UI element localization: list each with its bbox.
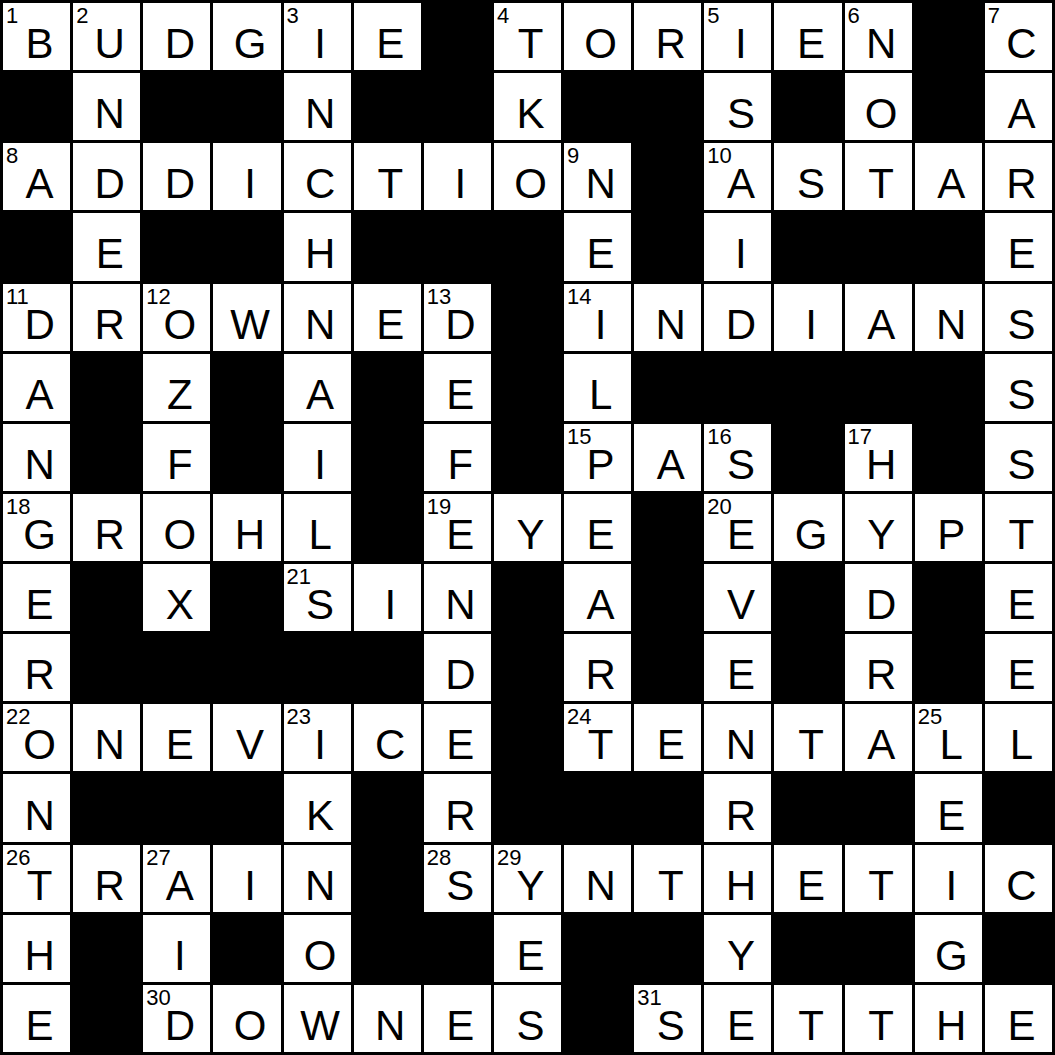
cell-letter: E bbox=[587, 233, 615, 275]
grid-cell[interactable]: H bbox=[704, 845, 771, 912]
clue-number: 25 bbox=[918, 704, 942, 729]
black-cell bbox=[213, 915, 280, 982]
clue-number: 16 bbox=[707, 424, 731, 449]
cell-letter: L bbox=[940, 724, 963, 766]
grid-cell[interactable]: E bbox=[354, 3, 421, 70]
black-cell bbox=[915, 73, 982, 140]
clue-number: 26 bbox=[6, 845, 30, 870]
grid-cell[interactable]: E bbox=[424, 704, 491, 771]
grid-cell[interactable]: N bbox=[634, 284, 701, 351]
grid-cell[interactable]: W bbox=[284, 985, 351, 1052]
black-cell bbox=[845, 774, 912, 841]
grid-cell[interactable]: I bbox=[774, 284, 841, 351]
cell-letter: E bbox=[1007, 584, 1035, 626]
cell-letter: O bbox=[584, 23, 617, 65]
black-cell bbox=[774, 774, 841, 841]
grid-cell[interactable]: E bbox=[564, 213, 631, 280]
grid-cell[interactable]: 6N bbox=[845, 3, 912, 70]
grid-cell[interactable]: O bbox=[284, 915, 351, 982]
grid-cell[interactable]: E bbox=[424, 354, 491, 421]
grid-cell[interactable]: 14I bbox=[564, 284, 631, 351]
grid-cell[interactable]: A bbox=[284, 354, 351, 421]
grid-cell[interactable]: E bbox=[143, 704, 210, 771]
cell-letter: Y bbox=[727, 935, 755, 977]
grid-cell[interactable]: D bbox=[73, 143, 140, 210]
grid-cell[interactable]: 5I bbox=[704, 3, 771, 70]
cell-letter: E bbox=[26, 584, 54, 626]
grid-cell[interactable]: L bbox=[564, 354, 631, 421]
cell-letter: N bbox=[305, 304, 335, 346]
grid-cell[interactable]: 2U bbox=[73, 3, 140, 70]
clue-number: 6 bbox=[848, 3, 860, 28]
clue-number: 7 bbox=[988, 3, 1000, 28]
grid-cell[interactable]: I bbox=[354, 564, 421, 631]
grid-cell[interactable]: 24T bbox=[564, 704, 631, 771]
black-cell bbox=[494, 774, 561, 841]
cell-letter: N bbox=[866, 23, 896, 65]
cell-letter: R bbox=[24, 654, 54, 696]
grid-cell[interactable]: N bbox=[915, 284, 982, 351]
cell-letter: D bbox=[95, 163, 125, 205]
grid-cell[interactable]: E bbox=[985, 564, 1052, 631]
grid-cell[interactable]: E bbox=[704, 634, 771, 701]
clue-number: 18 bbox=[6, 494, 30, 519]
grid-cell[interactable]: 12O bbox=[143, 284, 210, 351]
cell-letter: T bbox=[868, 865, 894, 907]
grid-cell[interactable]: R bbox=[985, 143, 1052, 210]
grid-cell[interactable]: 21S bbox=[284, 564, 351, 631]
cell-letter: S bbox=[306, 584, 334, 626]
grid-cell[interactable]: A bbox=[564, 564, 631, 631]
grid-cell[interactable]: 11D bbox=[3, 284, 70, 351]
cell-letter: H bbox=[235, 514, 265, 556]
cell-letter: T bbox=[868, 163, 894, 205]
cell-letter: L bbox=[1010, 724, 1033, 766]
cell-letter: I bbox=[595, 304, 607, 346]
grid-cell[interactable]: R bbox=[3, 634, 70, 701]
cell-letter: E bbox=[376, 304, 404, 346]
grid-cell[interactable]: A bbox=[634, 424, 701, 491]
black-cell bbox=[424, 213, 491, 280]
grid-cell[interactable]: E bbox=[494, 915, 561, 982]
grid-cell[interactable]: V bbox=[213, 704, 280, 771]
grid-cell[interactable]: X bbox=[143, 564, 210, 631]
grid-cell[interactable]: E bbox=[985, 985, 1052, 1052]
black-cell bbox=[354, 213, 421, 280]
cell-letter: E bbox=[1007, 1005, 1035, 1047]
cell-letter: E bbox=[446, 514, 474, 556]
cell-letter: W bbox=[230, 304, 270, 346]
cell-letter: A bbox=[306, 374, 334, 416]
black-cell bbox=[774, 634, 841, 701]
grid-cell[interactable]: C bbox=[354, 704, 421, 771]
grid-cell[interactable]: T bbox=[634, 845, 701, 912]
black-cell bbox=[915, 634, 982, 701]
black-cell bbox=[494, 634, 561, 701]
grid-cell[interactable]: O bbox=[845, 73, 912, 140]
grid-cell[interactable]: N bbox=[564, 845, 631, 912]
grid-cell[interactable]: S bbox=[985, 424, 1052, 491]
cell-letter: D bbox=[445, 304, 475, 346]
clue-number: 5 bbox=[707, 3, 719, 28]
grid-cell[interactable]: E bbox=[564, 494, 631, 561]
cell-letter: T bbox=[27, 865, 53, 907]
grid-cell[interactable]: I bbox=[143, 915, 210, 982]
cell-letter: I bbox=[314, 23, 326, 65]
clue-number: 8 bbox=[6, 143, 18, 168]
grid-cell[interactable]: 18G bbox=[3, 494, 70, 561]
black-cell bbox=[143, 634, 210, 701]
cell-letter: O bbox=[865, 93, 898, 135]
grid-cell[interactable]: I bbox=[424, 143, 491, 210]
cell-letter: O bbox=[234, 1005, 267, 1047]
black-cell bbox=[564, 985, 631, 1052]
grid-cell[interactable]: 22O bbox=[3, 704, 70, 771]
grid-cell[interactable]: O bbox=[213, 985, 280, 1052]
grid-cell[interactable]: D bbox=[424, 634, 491, 701]
grid-cell[interactable]: 17H bbox=[845, 424, 912, 491]
cell-letter: I bbox=[244, 163, 256, 205]
cell-letter: T bbox=[1009, 514, 1035, 556]
cell-letter: O bbox=[304, 935, 337, 977]
grid-cell[interactable]: D bbox=[845, 564, 912, 631]
black-cell bbox=[845, 213, 912, 280]
grid-cell[interactable]: I bbox=[704, 213, 771, 280]
grid-cell[interactable]: 26T bbox=[3, 845, 70, 912]
cell-letter: D bbox=[445, 654, 475, 696]
grid-cell[interactable]: S bbox=[985, 284, 1052, 351]
cell-letter: A bbox=[1007, 93, 1035, 135]
black-cell bbox=[424, 3, 491, 70]
black-cell bbox=[354, 774, 421, 841]
grid-cell[interactable]: R bbox=[634, 3, 701, 70]
cell-letter: K bbox=[516, 93, 544, 135]
grid-cell[interactable]: 19E bbox=[424, 494, 491, 561]
grid-cell[interactable]: 4T bbox=[494, 3, 561, 70]
grid-cell[interactable]: O bbox=[494, 143, 561, 210]
grid-cell[interactable]: C bbox=[284, 143, 351, 210]
black-cell bbox=[634, 494, 701, 561]
grid-cell[interactable]: T bbox=[845, 143, 912, 210]
grid-cell[interactable]: 3I bbox=[284, 3, 351, 70]
black-cell bbox=[73, 354, 140, 421]
grid-cell[interactable]: Y bbox=[704, 915, 771, 982]
cell-letter: I bbox=[384, 584, 396, 626]
grid-cell[interactable]: E bbox=[3, 985, 70, 1052]
grid-cell[interactable]: E bbox=[704, 985, 771, 1052]
cell-letter: I bbox=[735, 23, 747, 65]
cell-letter: I bbox=[805, 304, 817, 346]
grid-cell[interactable]: L bbox=[284, 494, 351, 561]
grid-cell[interactable]: 15P bbox=[564, 424, 631, 491]
black-cell bbox=[494, 704, 561, 771]
cell-letter: E bbox=[1007, 654, 1035, 696]
grid-cell[interactable]: I bbox=[213, 845, 280, 912]
grid-cell[interactable]: T bbox=[845, 845, 912, 912]
grid-cell[interactable]: I bbox=[284, 424, 351, 491]
clue-number: 27 bbox=[146, 845, 170, 870]
clue-number: 12 bbox=[146, 284, 170, 309]
grid-cell[interactable]: E bbox=[3, 564, 70, 631]
clue-number: 24 bbox=[567, 704, 591, 729]
grid-cell[interactable]: N bbox=[3, 424, 70, 491]
clue-number: 22 bbox=[6, 704, 30, 729]
cell-letter: E bbox=[937, 795, 965, 837]
black-cell bbox=[915, 424, 982, 491]
cell-letter: S bbox=[727, 444, 755, 486]
grid-cell[interactable]: 30D bbox=[143, 985, 210, 1052]
cell-letter: A bbox=[166, 865, 194, 907]
grid-cell[interactable]: E bbox=[73, 213, 140, 280]
black-cell bbox=[213, 213, 280, 280]
grid-cell[interactable]: L bbox=[985, 704, 1052, 771]
clue-number: 14 bbox=[567, 284, 591, 309]
grid-cell[interactable]: N bbox=[73, 704, 140, 771]
grid-cell[interactable]: Y bbox=[845, 494, 912, 561]
black-cell bbox=[213, 424, 280, 491]
grid-cell[interactable]: O bbox=[564, 3, 631, 70]
cell-letter: L bbox=[589, 374, 612, 416]
grid-cell[interactable]: D bbox=[704, 284, 771, 351]
grid-cell[interactable]: S bbox=[985, 354, 1052, 421]
black-cell bbox=[634, 774, 701, 841]
black-cell bbox=[634, 634, 701, 701]
cell-letter: T bbox=[518, 23, 544, 65]
black-cell bbox=[564, 915, 631, 982]
grid-cell[interactable]: H bbox=[3, 915, 70, 982]
grid-cell[interactable]: 8A bbox=[3, 143, 70, 210]
grid-cell[interactable]: E bbox=[424, 985, 491, 1052]
grid-cell[interactable]: 29Y bbox=[494, 845, 561, 912]
black-cell bbox=[213, 73, 280, 140]
grid-cell[interactable]: S bbox=[704, 73, 771, 140]
cell-letter: N bbox=[585, 865, 615, 907]
black-cell bbox=[3, 213, 70, 280]
black-cell bbox=[73, 424, 140, 491]
black-cell bbox=[354, 73, 421, 140]
black-cell bbox=[354, 915, 421, 982]
grid-cell[interactable]: N bbox=[73, 73, 140, 140]
grid-cell[interactable]: N bbox=[284, 284, 351, 351]
cell-letter: N bbox=[936, 304, 966, 346]
grid-cell[interactable]: R bbox=[845, 634, 912, 701]
grid-cell[interactable]: N bbox=[284, 845, 351, 912]
clue-number: 9 bbox=[567, 143, 579, 168]
black-cell bbox=[424, 73, 491, 140]
cell-letter: E bbox=[446, 1005, 474, 1047]
cell-letter: E bbox=[797, 865, 825, 907]
cell-letter: V bbox=[236, 724, 264, 766]
black-cell bbox=[73, 634, 140, 701]
black-cell bbox=[774, 354, 841, 421]
black-cell bbox=[213, 774, 280, 841]
cell-letter: T bbox=[868, 1005, 894, 1047]
grid-cell[interactable]: G bbox=[213, 3, 280, 70]
grid-cell[interactable]: R bbox=[424, 774, 491, 841]
cell-letter: E bbox=[657, 724, 685, 766]
grid-cell[interactable]: S bbox=[774, 143, 841, 210]
cell-letter: C bbox=[1006, 865, 1036, 907]
grid-cell[interactable]: T bbox=[985, 494, 1052, 561]
grid-cell[interactable]: T bbox=[354, 143, 421, 210]
grid-cell[interactable]: 23I bbox=[284, 704, 351, 771]
black-cell bbox=[985, 915, 1052, 982]
grid-cell[interactable]: A bbox=[845, 284, 912, 351]
cell-letter: A bbox=[937, 163, 965, 205]
grid-cell[interactable]: G bbox=[915, 915, 982, 982]
cell-letter: I bbox=[945, 865, 957, 907]
grid-cell[interactable]: A bbox=[915, 143, 982, 210]
cell-letter: H bbox=[24, 935, 54, 977]
grid-cell[interactable]: 9N bbox=[564, 143, 631, 210]
cell-letter: X bbox=[166, 584, 194, 626]
cell-letter: R bbox=[726, 795, 756, 837]
grid-cell[interactable]: N bbox=[424, 564, 491, 631]
grid-cell[interactable]: 27A bbox=[143, 845, 210, 912]
grid-cell[interactable]: E bbox=[774, 3, 841, 70]
grid-cell[interactable]: T bbox=[774, 704, 841, 771]
grid-cell[interactable]: 1B bbox=[3, 3, 70, 70]
grid-cell[interactable]: 7C bbox=[985, 3, 1052, 70]
grid-cell[interactable]: R bbox=[73, 284, 140, 351]
clue-number: 19 bbox=[427, 494, 451, 519]
cell-letter: D bbox=[726, 304, 756, 346]
cell-letter: H bbox=[866, 444, 896, 486]
cell-letter: R bbox=[95, 304, 125, 346]
cell-letter: F bbox=[167, 444, 193, 486]
grid-cell[interactable]: C bbox=[985, 845, 1052, 912]
black-cell bbox=[634, 213, 701, 280]
grid-cell[interactable]: A bbox=[3, 354, 70, 421]
grid-cell[interactable]: I bbox=[213, 143, 280, 210]
cell-letter: N bbox=[445, 584, 475, 626]
grid-cell[interactable]: Z bbox=[143, 354, 210, 421]
cell-letter: N bbox=[24, 444, 54, 486]
black-cell bbox=[494, 213, 561, 280]
grid-cell[interactable]: T bbox=[774, 985, 841, 1052]
grid-cell[interactable]: H bbox=[284, 213, 351, 280]
grid-cell[interactable]: H bbox=[915, 985, 982, 1052]
grid-cell[interactable]: D bbox=[143, 143, 210, 210]
black-cell bbox=[143, 213, 210, 280]
grid-cell[interactable]: 20E bbox=[704, 494, 771, 561]
cell-letter: E bbox=[96, 233, 124, 275]
cell-letter: E bbox=[587, 514, 615, 556]
grid-cell[interactable]: R bbox=[73, 845, 140, 912]
cell-letter: E bbox=[727, 514, 755, 556]
grid-cell[interactable]: E bbox=[915, 774, 982, 841]
grid-cell[interactable]: E bbox=[354, 284, 421, 351]
black-cell bbox=[634, 915, 701, 982]
cell-letter: K bbox=[306, 795, 334, 837]
grid-cell[interactable]: F bbox=[143, 424, 210, 491]
grid-cell[interactable]: T bbox=[845, 985, 912, 1052]
clue-number: 1 bbox=[6, 3, 18, 28]
grid-cell[interactable]: E bbox=[985, 634, 1052, 701]
cell-letter: T bbox=[798, 1005, 824, 1047]
crossword-board: 1B2UDG3IE4TOR5IE6N7CNNKSOA8ADDICTIO9N10A… bbox=[0, 0, 1055, 1055]
grid-cell[interactable]: A bbox=[845, 704, 912, 771]
grid-cell[interactable]: 25L bbox=[915, 704, 982, 771]
clue-number: 10 bbox=[707, 143, 731, 168]
grid-cell[interactable]: R bbox=[73, 494, 140, 561]
cell-letter: C bbox=[375, 724, 405, 766]
clue-number: 20 bbox=[707, 494, 731, 519]
grid-cell[interactable]: Y bbox=[494, 494, 561, 561]
grid-cell[interactable]: E bbox=[774, 845, 841, 912]
black-cell bbox=[143, 73, 210, 140]
grid-cell[interactable]: E bbox=[634, 704, 701, 771]
cell-letter: O bbox=[23, 724, 56, 766]
cell-letter: I bbox=[455, 163, 467, 205]
grid-cell[interactable]: N bbox=[3, 774, 70, 841]
cell-letter: E bbox=[446, 724, 474, 766]
grid-cell[interactable]: 13D bbox=[424, 284, 491, 351]
grid-cell[interactable]: R bbox=[564, 634, 631, 701]
black-cell bbox=[564, 774, 631, 841]
grid-cell[interactable]: N bbox=[704, 704, 771, 771]
grid-cell[interactable]: N bbox=[284, 73, 351, 140]
grid-cell[interactable]: A bbox=[985, 73, 1052, 140]
clue-number: 23 bbox=[287, 704, 311, 729]
cell-letter: N bbox=[305, 93, 335, 135]
grid-cell[interactable]: D bbox=[143, 3, 210, 70]
cell-letter: D bbox=[165, 23, 195, 65]
grid-cell[interactable]: V bbox=[704, 564, 771, 631]
cell-letter: G bbox=[795, 514, 828, 556]
grid-cell[interactable]: S bbox=[494, 985, 561, 1052]
grid-cell[interactable]: G bbox=[774, 494, 841, 561]
grid-cell[interactable]: H bbox=[213, 494, 280, 561]
black-cell bbox=[143, 774, 210, 841]
clue-number: 13 bbox=[427, 284, 451, 309]
grid-cell[interactable]: O bbox=[143, 494, 210, 561]
cell-letter: E bbox=[797, 23, 825, 65]
cell-letter: W bbox=[300, 1005, 340, 1047]
cell-letter: L bbox=[308, 514, 331, 556]
grid-cell[interactable]: 28S bbox=[424, 845, 491, 912]
cell-letter: N bbox=[585, 163, 615, 205]
cell-letter: I bbox=[314, 724, 326, 766]
grid-cell[interactable]: 16S bbox=[704, 424, 771, 491]
cell-letter: E bbox=[1007, 233, 1035, 275]
cell-letter: R bbox=[445, 795, 475, 837]
grid-cell[interactable]: N bbox=[354, 985, 421, 1052]
black-cell bbox=[213, 564, 280, 631]
cell-letter: F bbox=[448, 444, 474, 486]
cell-letter: I bbox=[174, 935, 186, 977]
black-cell bbox=[774, 915, 841, 982]
clue-number: 3 bbox=[287, 3, 299, 28]
grid-cell[interactable]: R bbox=[704, 774, 771, 841]
black-cell bbox=[494, 354, 561, 421]
grid-cell[interactable]: I bbox=[915, 845, 982, 912]
grid-cell[interactable]: E bbox=[985, 213, 1052, 280]
grid-cell[interactable]: W bbox=[213, 284, 280, 351]
grid-cell[interactable]: K bbox=[284, 774, 351, 841]
grid-cell[interactable]: 31S bbox=[634, 985, 701, 1052]
grid-cell[interactable]: K bbox=[494, 73, 561, 140]
black-cell bbox=[915, 3, 982, 70]
cell-letter: G bbox=[234, 23, 267, 65]
grid-cell[interactable]: P bbox=[915, 494, 982, 561]
cell-letter: O bbox=[163, 514, 196, 556]
cell-letter: B bbox=[26, 23, 54, 65]
grid-cell[interactable]: 10A bbox=[704, 143, 771, 210]
grid-cell[interactable]: F bbox=[424, 424, 491, 491]
cell-letter: D bbox=[165, 163, 195, 205]
cell-letter: A bbox=[867, 724, 895, 766]
